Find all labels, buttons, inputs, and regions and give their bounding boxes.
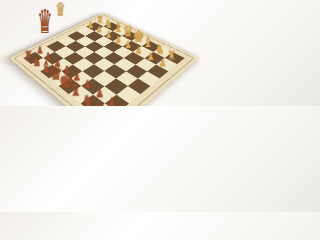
rollup-board-mat: ♜♞♝♛♚♝♞♜♟♟♟♟♟♟♟♟♟♟♟♟♟♟♟♟♜♞♝♛♚♝♞♜ [9,13,199,106]
chess-board: ♜♞♝♛♚♝♞♜♟♟♟♟♟♟♟♟♟♟♟♟♟♟♟♟♜♞♝♛♚♝♞♜ [23,18,184,106]
chess-set-photo: ♛ ♛ ♜♞♝♛♚♝♞♜♟♟♟♟♟♟♟♟♟♟♟♟♟♟♟♟♜♞♝♛♚♝♞♜ [0,0,200,106]
rosewood-pawn: ♟ [93,87,107,99]
square-e3[interactable] [83,64,104,78]
perspective-wrap: ♜♞♝♛♚♝♞♜♟♟♟♟♟♟♟♟♟♟♟♟♟♟♟♟♜♞♝♛♚♝♞♜ [0,0,200,106]
boxwood-pawn: ♟ [145,52,157,62]
